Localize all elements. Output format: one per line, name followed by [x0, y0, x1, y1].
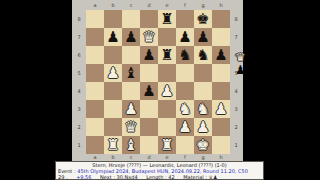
square-g5 [194, 64, 212, 82]
square-b2 [104, 118, 122, 136]
black-pawn-f7: ♟ [176, 28, 194, 46]
square-d4: ♟ [140, 82, 158, 100]
file-label-a: a [86, 1, 104, 9]
square-g1: ♚ [194, 136, 212, 154]
square-c8 [122, 10, 140, 28]
square-d7: ♛ [140, 28, 158, 46]
square-a3 [86, 100, 104, 118]
rank-labels-left: 87654321 [74, 10, 84, 154]
square-e2 [158, 118, 176, 136]
material-black-pawn-icon: ♟ [234, 64, 247, 76]
rank-label-8: 8 [231, 10, 241, 28]
square-b4 [104, 82, 122, 100]
file-label-g: g [194, 153, 212, 161]
rank-labels-right: 87654321 [231, 10, 241, 154]
rank-label-7: 7 [231, 28, 241, 46]
rank-label-1: 1 [74, 136, 84, 154]
square-g8: ♚ [194, 10, 212, 28]
square-e6: ♜ [158, 46, 176, 64]
square-d5 [140, 64, 158, 82]
square-e4: ♟ [158, 82, 176, 100]
square-f4 [176, 82, 194, 100]
file-label-d: d [140, 153, 158, 161]
file-label-e: e [158, 1, 176, 9]
square-e8: ♜ [158, 10, 176, 28]
black-bishop-c5: ♝ [122, 64, 140, 82]
square-a7 [86, 28, 104, 46]
square-h8 [212, 10, 230, 28]
black-knight-g6: ♞ [194, 46, 212, 64]
square-b6 [104, 46, 122, 64]
move-number: 29 . [58, 174, 68, 180]
file-label-f: f [176, 153, 194, 161]
square-h2 [212, 118, 230, 136]
rank-label-2: 2 [74, 118, 84, 136]
white-knight-g3: ♞ [194, 100, 212, 118]
white-bishop-c1: ♝ [122, 136, 140, 154]
square-f8 [176, 10, 194, 28]
board-margin: abcdefgh abcdefgh 87654321 87654321 ♜♚♟♟… [72, 0, 243, 162]
square-b8 [104, 10, 122, 28]
square-f1 [176, 136, 194, 154]
black-pawn-d4: ♟ [140, 82, 158, 100]
square-h1 [212, 136, 230, 154]
white-rook-e1: ♜ [158, 136, 176, 154]
engine-line: 29 . +9.56 Next : 30.Nxd4 Length : 42 Ma… [56, 174, 263, 180]
black-knight-f6: ♞ [176, 46, 194, 64]
black-pawn-g7: ♟ [194, 28, 212, 46]
rank-label-3: 3 [74, 100, 84, 118]
black-king-g8: ♚ [194, 10, 212, 28]
square-d3 [140, 100, 158, 118]
square-g7: ♟ [194, 28, 212, 46]
square-c7: ♟ [122, 28, 140, 46]
square-g6: ♞ [194, 46, 212, 64]
white-knight-f3: ♞ [176, 100, 194, 118]
square-c1: ♝ [122, 136, 140, 154]
file-label-h: h [212, 1, 230, 9]
square-b3 [104, 100, 122, 118]
white-pawn-b5: ♟ [104, 64, 122, 82]
square-h7 [212, 28, 230, 46]
rank-label-2: 2 [231, 118, 241, 136]
black-pawn-h6: ♟ [212, 46, 230, 64]
white-king-g1: ♚ [194, 136, 212, 154]
rank-label-3: 3 [231, 100, 241, 118]
file-label-g: g [194, 1, 212, 9]
file-label-b: b [104, 153, 122, 161]
next-move: Next : 30.Nxd4 [100, 174, 138, 180]
square-g3: ♞ [194, 100, 212, 118]
white-rook-b1: ♜ [104, 136, 122, 154]
square-b1: ♜ [104, 136, 122, 154]
file-label-e: e [158, 153, 176, 161]
square-d1 [140, 136, 158, 154]
square-a6 [86, 46, 104, 64]
white-pawn-f2: ♟ [176, 118, 194, 136]
black-pawn-c7: ♟ [122, 28, 140, 46]
file-label-b: b [104, 1, 122, 9]
rank-label-4: 4 [231, 82, 241, 100]
video-frame: abcdefgh abcdefgh 87654321 87654321 ♜♚♟♟… [0, 0, 320, 180]
square-b5: ♟ [104, 64, 122, 82]
white-pawn-g2: ♟ [194, 118, 212, 136]
rank-label-8: 8 [74, 10, 84, 28]
square-c2: ♛ [122, 118, 140, 136]
square-b7: ♟ [104, 28, 122, 46]
white-pawn-h3: ♟ [212, 100, 230, 118]
square-e1: ♜ [158, 136, 176, 154]
rank-label-6: 6 [74, 46, 84, 64]
square-a4 [86, 82, 104, 100]
square-c5: ♝ [122, 64, 140, 82]
square-a2 [86, 118, 104, 136]
square-d8 [140, 10, 158, 28]
file-label-c: c [122, 1, 140, 9]
file-label-f: f [176, 1, 194, 9]
black-rook-e8: ♜ [158, 10, 176, 28]
rank-label-4: 4 [74, 82, 84, 100]
eval-value: +9.56 [76, 174, 91, 180]
black-pawn-d6: ♟ [140, 46, 158, 64]
square-c3: ♟ [122, 100, 140, 118]
white-pawn-c3: ♟ [122, 100, 140, 118]
file-labels-bottom: abcdefgh [86, 153, 230, 161]
file-label-c: c [122, 153, 140, 161]
black-pawn-b7: ♟ [104, 28, 122, 46]
white-pawn-e4: ♟ [158, 82, 176, 100]
rank-label-1: 1 [231, 136, 241, 154]
square-f3: ♞ [176, 100, 194, 118]
square-e7 [158, 28, 176, 46]
rank-label-7: 7 [74, 28, 84, 46]
white-queen-d7: ♛ [140, 28, 158, 46]
square-f7: ♟ [176, 28, 194, 46]
square-g2: ♟ [194, 118, 212, 136]
square-c4 [122, 82, 140, 100]
game-length: Length : 42 [146, 174, 174, 180]
square-e3 [158, 100, 176, 118]
file-label-d: d [140, 1, 158, 9]
square-f6: ♞ [176, 46, 194, 64]
square-a5 [86, 64, 104, 82]
square-d2 [140, 118, 158, 136]
game-info-box: Stern, Hrvoje (????) — Leonardis, Leonar… [55, 161, 264, 180]
file-label-a: a [86, 153, 104, 161]
square-f5 [176, 64, 194, 82]
square-h6: ♟ [212, 46, 230, 64]
file-labels-top: abcdefgh [86, 1, 230, 9]
square-d6: ♟ [140, 46, 158, 64]
black-rook-e6: ♜ [158, 46, 176, 64]
white-queen-c2: ♛ [122, 118, 140, 136]
square-a1 [86, 136, 104, 154]
chess-board: ♜♚♟♟♛♟♟♟♜♞♞♟♟♝♟♟♟♞♞♟♛♟♟♜♝♜♚ [86, 10, 230, 154]
square-h5 [212, 64, 230, 82]
square-h4 [212, 82, 230, 100]
square-g4 [194, 82, 212, 100]
square-f2: ♟ [176, 118, 194, 136]
rank-label-5: 5 [74, 64, 84, 82]
file-label-h: h [212, 153, 230, 161]
square-c6 [122, 46, 140, 64]
square-a8 [86, 10, 104, 28]
material-text: Material : ♕♟ [183, 174, 217, 180]
square-h3: ♟ [212, 100, 230, 118]
square-e5 [158, 64, 176, 82]
